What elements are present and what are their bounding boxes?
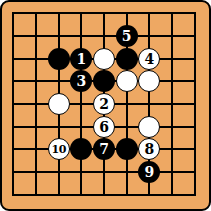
move-number-label: 5 bbox=[122, 29, 132, 43]
move-number-label: 10 bbox=[51, 144, 65, 155]
go-stone-white-move-10: 10 bbox=[48, 138, 70, 160]
go-stone-white bbox=[138, 116, 160, 138]
move-number-label: 7 bbox=[99, 142, 109, 156]
move-number-label: 2 bbox=[99, 97, 109, 111]
go-stone-black bbox=[116, 48, 138, 70]
grid-line-horizontal bbox=[12, 194, 195, 196]
move-number-label: 6 bbox=[99, 120, 109, 134]
grid-line-vertical bbox=[194, 12, 196, 195]
move-number-label: 8 bbox=[144, 142, 154, 156]
go-stone-black bbox=[116, 138, 138, 160]
go-stone-white-move-6: 6 bbox=[93, 116, 115, 138]
go-stone-black-move-5: 5 bbox=[116, 25, 138, 47]
go-stone-black bbox=[93, 70, 115, 92]
go-stone-white bbox=[138, 70, 160, 92]
move-number-label: 3 bbox=[76, 74, 86, 88]
go-stone-black bbox=[70, 138, 92, 160]
go-stone-black-move-9: 9 bbox=[138, 161, 160, 183]
go-stone-black bbox=[48, 48, 70, 70]
go-stone-white-move-2: 2 bbox=[93, 93, 115, 115]
move-number-label: 4 bbox=[144, 52, 154, 66]
go-board: 51432610789 bbox=[0, 0, 211, 211]
go-stone-black-move-7: 7 bbox=[93, 138, 115, 160]
go-stone-black-move-3: 3 bbox=[70, 70, 92, 92]
go-stone-black-move-1: 1 bbox=[70, 48, 92, 70]
go-stone-white bbox=[116, 70, 138, 92]
go-stone-white-move-8: 8 bbox=[138, 138, 160, 160]
move-number-label: 1 bbox=[76, 52, 86, 66]
grid-line-vertical bbox=[171, 12, 173, 195]
go-stone-white bbox=[48, 93, 70, 115]
grid-line-horizontal bbox=[12, 171, 195, 173]
go-stone-white-move-4: 4 bbox=[138, 48, 160, 70]
go-stone-white bbox=[93, 48, 115, 70]
move-number-label: 9 bbox=[144, 165, 154, 179]
